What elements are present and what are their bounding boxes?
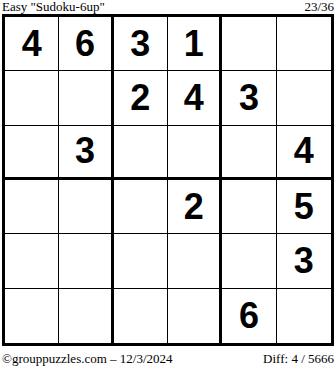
cell-r3c2[interactable]: 3 [59, 126, 113, 180]
cell-r2c4[interactable]: 4 [168, 71, 222, 125]
cell-r2c2[interactable] [59, 71, 113, 125]
cell-r5c2[interactable] [59, 234, 113, 288]
cell-r2c1[interactable] [5, 71, 59, 125]
cell-r5c4[interactable] [168, 234, 222, 288]
cell-r1c1[interactable]: 4 [5, 17, 59, 71]
difficulty-text: Diff: 4 / 5666 [263, 351, 334, 367]
cell-r3c4[interactable] [168, 126, 222, 180]
cell-r5c6[interactable]: 3 [277, 234, 331, 288]
cell-r3c1[interactable] [5, 126, 59, 180]
cell-r3c3[interactable] [114, 126, 168, 180]
cell-r4c3[interactable] [114, 180, 168, 234]
puzzle-footer: ©grouppuzzles.com – 12/3/2024 Diff: 4 / … [0, 349, 336, 367]
cell-r6c2[interactable] [59, 289, 113, 343]
cell-r4c2[interactable] [59, 180, 113, 234]
cell-r1c3[interactable]: 3 [114, 17, 168, 71]
cell-r1c2[interactable]: 6 [59, 17, 113, 71]
cell-r4c1[interactable] [5, 180, 59, 234]
cell-r2c3[interactable]: 2 [114, 71, 168, 125]
cell-r4c4[interactable]: 2 [168, 180, 222, 234]
cell-r6c4[interactable] [168, 289, 222, 343]
cell-r5c3[interactable] [114, 234, 168, 288]
cell-r2c6[interactable] [277, 71, 331, 125]
sudoku-grid: 4631243342536 [2, 14, 334, 346]
cell-r3c6[interactable]: 4 [277, 126, 331, 180]
cell-r4c6[interactable]: 5 [277, 180, 331, 234]
credit-text: ©grouppuzzles.com – 12/3/2024 [2, 351, 173, 367]
cell-r5c5[interactable] [222, 234, 276, 288]
cell-r3c5[interactable] [222, 126, 276, 180]
cell-r5c1[interactable] [5, 234, 59, 288]
puzzle-title: Easy "Sudoku-6up" [2, 0, 105, 14]
cell-r6c3[interactable] [114, 289, 168, 343]
cell-r1c5[interactable] [222, 17, 276, 71]
cell-r2c5[interactable]: 3 [222, 71, 276, 125]
puzzle-header: Easy "Sudoku-6up" 23/36 [0, 0, 336, 14]
cell-r6c6[interactable] [277, 289, 331, 343]
remaining-counter: 23/36 [304, 0, 334, 14]
cell-r6c1[interactable] [5, 289, 59, 343]
cell-r4c5[interactable] [222, 180, 276, 234]
cell-r6c5[interactable]: 6 [222, 289, 276, 343]
cell-r1c4[interactable]: 1 [168, 17, 222, 71]
cell-r1c6[interactable] [277, 17, 331, 71]
